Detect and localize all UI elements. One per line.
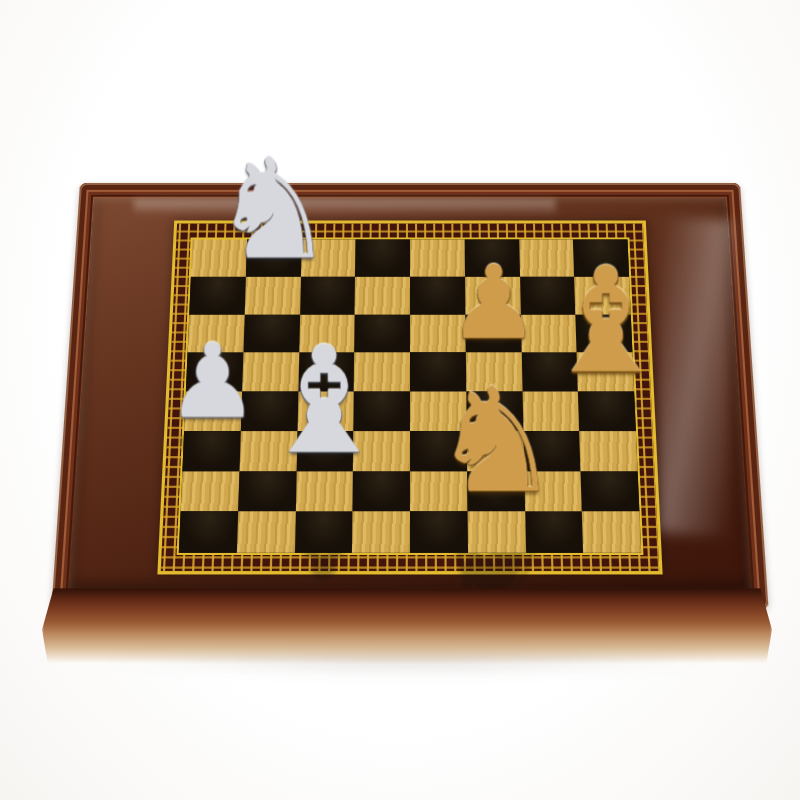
square-a5 [186,353,243,392]
square-f8 [464,239,519,276]
square-h6 [576,314,633,352]
square-b2 [238,471,296,512]
square-g2 [524,471,582,512]
chess-plaque: ♞♞♟♟♝♝♟♟♝♝♞♞ [80,183,740,583]
square-c5 [298,353,354,392]
square-a4: ♟♟ [184,391,242,430]
plaque-face: ♞♞♟♟♝♝♟♟♝♝♞♞ [69,198,751,592]
square-d7 [355,277,410,315]
square-g8 [519,239,575,276]
square-h5: ♝♝ [577,353,634,392]
square-d4 [354,391,410,430]
square-g4 [522,391,579,430]
square-e7 [410,277,465,315]
square-b1 [237,512,296,553]
square-a1 [179,512,238,553]
square-f3 [466,431,523,471]
square-f5 [466,353,522,392]
square-e1 [410,512,468,553]
square-a7 [189,277,245,315]
square-c4 [297,391,354,430]
square-g7 [520,277,576,315]
square-b3 [239,431,297,471]
square-c8 [300,239,355,276]
chessboard: ♞♞♟♟♝♝♟♟♝♝♞♞ [177,237,644,555]
square-g6 [520,314,576,352]
square-d8 [355,239,410,276]
square-c7 [300,277,356,315]
square-b4 [241,391,298,430]
square-e8 [410,239,465,276]
square-e3 [410,431,467,471]
square-a8 [191,239,247,276]
product-photo-scene: ♞♞♟♟♝♝♟♟♝♝♞♞ [0,0,800,800]
square-d6 [354,314,410,352]
square-f7 [465,277,521,315]
square-d3 [353,431,410,471]
square-b5 [242,353,299,392]
square-h2 [581,471,640,512]
square-g1 [525,512,584,553]
square-c1 [294,512,352,553]
square-h7 [574,277,630,315]
square-e6 [410,314,466,352]
square-b6 [243,314,299,352]
square-d2 [353,471,410,512]
fleur-motif-border: ♞♞♟♟♝♝♟♟♝♝♞♞ [161,224,659,572]
glare-highlight [133,200,556,216]
square-f6: ♟♟ [465,314,521,352]
frame-molding: ♞♞♟♟♝♝♟♟♝♝♞♞ [51,183,768,609]
square-g5 [521,353,578,392]
square-c6 [299,314,355,352]
board-sticker: ♞♞♟♟♝♝♟♟♝♝♞♞ [157,221,662,575]
square-b8: ♞♞ [246,239,302,276]
glare-highlight [655,215,732,537]
square-h3 [579,431,637,471]
square-e2 [410,471,467,512]
square-f2: ♞♞ [467,471,525,512]
square-a3 [182,431,240,471]
square-c3: ♝♝ [296,431,353,471]
square-c2 [295,471,353,512]
square-g3 [523,431,581,471]
square-f4 [466,391,523,430]
square-h1 [582,512,641,553]
square-b7 [244,277,300,315]
square-h4 [578,391,636,430]
drop-shadow [90,648,730,674]
square-d1 [352,512,410,553]
square-a2 [181,471,240,512]
square-e4 [410,391,466,430]
square-e5 [410,353,466,392]
square-f1 [467,512,525,553]
square-h8 [573,239,629,276]
square-d5 [354,353,410,392]
square-a6 [188,314,245,352]
